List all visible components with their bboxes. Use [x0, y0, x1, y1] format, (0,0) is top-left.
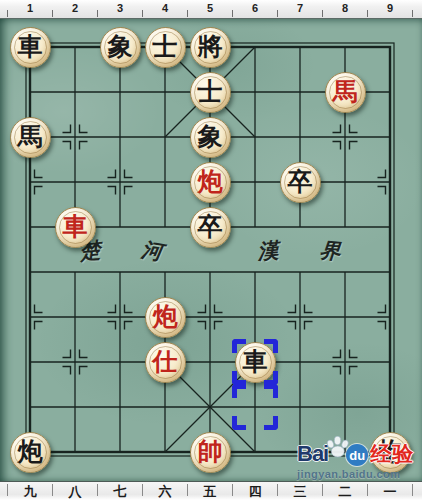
piece-character: 仕 [153, 349, 178, 374]
label-bar-tick [187, 10, 188, 17]
piece-character: 帥 [198, 439, 223, 464]
label-bar-tick [412, 10, 413, 17]
bracket-corner-icon [232, 384, 246, 398]
piece-red-r4c5[interactable]: 炮 [190, 162, 231, 203]
piece-red-r5c2[interactable]: 車 [55, 207, 96, 248]
piece-character: 卒 [198, 214, 223, 239]
baidu-jingyan-watermark: Bai du 经验 jingyan.baidu.com [297, 441, 414, 480]
column-number-label: 4 [143, 2, 187, 14]
column-numeral-label: 七 [98, 483, 142, 500]
baidu-logo-bai-text: Bai [297, 441, 328, 467]
column-numeral-label: 八 [53, 483, 97, 500]
jingyan-brand-text: 经验 [370, 440, 414, 468]
piece-black-r1c5[interactable]: 將 [190, 27, 231, 68]
piece-red-r2c8[interactable]: 馬 [325, 72, 366, 113]
piece-character: 炮 [198, 169, 223, 194]
column-number-label: 8 [323, 2, 367, 14]
label-bar-tick [7, 484, 8, 496]
bracket-corner-icon [264, 371, 278, 385]
piece-character: 卒 [288, 169, 313, 194]
piece-character: 車 [18, 34, 43, 59]
label-bar-tick [232, 484, 233, 496]
baidu-logo-du-badge: du [346, 444, 368, 466]
selected-piece-marker [232, 339, 278, 385]
column-number-label: 9 [368, 2, 412, 14]
piece-black-r1c1[interactable]: 車 [10, 27, 51, 68]
piece-character: 象 [198, 124, 223, 149]
river-text: 河 [135, 235, 169, 267]
column-numeral-bar: 九八七六五四三二一 [0, 481, 422, 500]
bracket-corner-icon [232, 416, 246, 430]
label-bar-tick [142, 10, 143, 17]
piece-character: 馬 [18, 124, 43, 149]
label-bar-tick [232, 10, 233, 17]
xiangqi-board[interactable]: 楚河漢界車象士將士馬馬象炮卒車卒炮仕車炮帥炮 [0, 19, 422, 481]
bracket-corner-icon [232, 371, 246, 385]
piece-red-r8c4[interactable]: 仕 [145, 342, 186, 383]
piece-character: 將 [198, 34, 223, 59]
column-numeral-label: 四 [233, 483, 277, 500]
piece-character: 士 [153, 34, 178, 59]
bracket-corner-icon [264, 416, 278, 430]
bracket-corner-icon [264, 339, 278, 353]
label-bar-tick [322, 10, 323, 17]
piece-black-r3c5[interactable]: 象 [190, 117, 231, 158]
label-bar-tick [52, 484, 53, 496]
label-bar-tick [97, 484, 98, 496]
column-number-label: 3 [98, 2, 142, 14]
baidu-logo: Bai du 经验 [297, 441, 414, 467]
column-numeral-label: 三 [278, 483, 322, 500]
label-bar-tick [277, 10, 278, 17]
column-numeral-label: 六 [143, 483, 187, 500]
piece-character: 車 [63, 214, 88, 239]
column-number-label: 1 [8, 2, 52, 14]
xiangqi-game-screenshot: 123456789 楚河漢界車象士將士馬馬象炮卒車卒炮仕車炮帥炮 九八七六五四三… [0, 0, 422, 500]
piece-character: 士 [198, 79, 223, 104]
column-number-label: 5 [188, 2, 232, 14]
column-numeral-label: 二 [323, 483, 367, 500]
piece-red-r7c4[interactable]: 炮 [145, 297, 186, 338]
label-bar-tick [367, 484, 368, 496]
label-bar-tick [322, 484, 323, 496]
jingyan-url-text: jingyan.baidu.com [297, 468, 414, 480]
label-bar-tick [142, 484, 143, 496]
piece-black-r10c1[interactable]: 炮 [10, 432, 51, 473]
label-bar-tick [97, 10, 98, 17]
piece-black-r1c3[interactable]: 象 [100, 27, 141, 68]
column-numeral-label: 九 [8, 483, 52, 500]
column-number-label: 6 [233, 2, 277, 14]
piece-character: 炮 [18, 439, 43, 464]
piece-black-r4c7[interactable]: 卒 [280, 162, 321, 203]
label-bar-tick [52, 10, 53, 17]
label-bar-tick [277, 484, 278, 496]
label-bar-tick [187, 484, 188, 496]
label-bar-tick [7, 10, 8, 17]
piece-character: 馬 [333, 79, 358, 104]
column-number-label: 7 [278, 2, 322, 14]
piece-black-r2c5[interactable]: 士 [190, 72, 231, 113]
river-text: 漢 [252, 236, 284, 266]
piece-character: 炮 [153, 304, 178, 329]
label-bar-tick [367, 10, 368, 17]
piece-character: 象 [108, 34, 133, 59]
column-number-label: 2 [53, 2, 97, 14]
piece-red-r10c5[interactable]: 帥 [190, 432, 231, 473]
column-number-bar: 123456789 [0, 0, 422, 19]
move-target-marker [232, 384, 278, 430]
bracket-corner-icon [232, 339, 246, 353]
bracket-corner-icon [264, 384, 278, 398]
piece-black-r1c4[interactable]: 士 [145, 27, 186, 68]
column-numeral-label: 五 [188, 483, 232, 500]
label-bar-tick [412, 484, 413, 496]
column-numeral-label: 一 [368, 483, 412, 500]
piece-black-r3c1[interactable]: 馬 [10, 117, 51, 158]
piece-black-r5c5[interactable]: 卒 [190, 207, 231, 248]
river-text: 界 [314, 236, 346, 267]
